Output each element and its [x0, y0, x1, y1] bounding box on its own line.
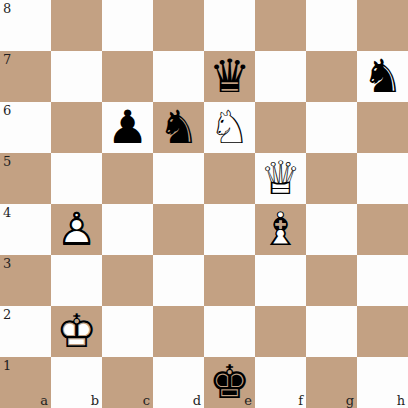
square-c3[interactable]: [102, 255, 153, 306]
square-g2[interactable]: [306, 306, 357, 357]
square-d4[interactable]: [153, 204, 204, 255]
square-d2[interactable]: [153, 306, 204, 357]
square-c8[interactable]: [102, 0, 153, 51]
piece-outline-layer: ♗: [255, 204, 306, 255]
piece-outline-layer: ♔: [51, 306, 102, 357]
file-label-d: d: [193, 394, 201, 407]
square-a6[interactable]: 6: [0, 102, 51, 153]
square-b7[interactable]: [51, 51, 102, 102]
square-d8[interactable]: [153, 0, 204, 51]
square-c2[interactable]: [102, 306, 153, 357]
black-pawn-c6[interactable]: ♟: [102, 102, 153, 153]
square-d1[interactable]: d: [153, 357, 204, 408]
square-b5[interactable]: [51, 153, 102, 204]
square-f3[interactable]: [255, 255, 306, 306]
square-d3[interactable]: [153, 255, 204, 306]
square-h4[interactable]: [357, 204, 408, 255]
square-g3[interactable]: [306, 255, 357, 306]
square-b3[interactable]: [51, 255, 102, 306]
square-d7[interactable]: [153, 51, 204, 102]
square-g7[interactable]: [306, 51, 357, 102]
square-a7[interactable]: 7: [0, 51, 51, 102]
file-label-g: g: [346, 394, 354, 407]
square-c7[interactable]: [102, 51, 153, 102]
square-d5[interactable]: [153, 153, 204, 204]
square-f7[interactable]: [255, 51, 306, 102]
black-knight-h7[interactable]: ♞: [357, 51, 408, 102]
square-f1[interactable]: f: [255, 357, 306, 408]
white-pawn-b4[interactable]: ♟♙: [51, 204, 102, 255]
white-king-b2[interactable]: ♚♔: [51, 306, 102, 357]
file-label-h: h: [397, 394, 405, 407]
square-e5[interactable]: [204, 153, 255, 204]
file-label-a: a: [40, 394, 48, 407]
white-queen-f5[interactable]: ♛♕: [255, 153, 306, 204]
square-g6[interactable]: [306, 102, 357, 153]
square-h5[interactable]: [357, 153, 408, 204]
square-h1[interactable]: h: [357, 357, 408, 408]
square-b4[interactable]: ♟♙: [51, 204, 102, 255]
file-label-f: f: [298, 394, 303, 407]
square-a2[interactable]: 2: [0, 306, 51, 357]
square-g5[interactable]: [306, 153, 357, 204]
square-e3[interactable]: [204, 255, 255, 306]
square-b1[interactable]: b: [51, 357, 102, 408]
square-g1[interactable]: g: [306, 357, 357, 408]
black-king-e1[interactable]: ♚: [204, 357, 255, 408]
square-h3[interactable]: [357, 255, 408, 306]
square-f6[interactable]: [255, 102, 306, 153]
square-a8[interactable]: 8: [0, 0, 51, 51]
square-a1[interactable]: 1a: [0, 357, 51, 408]
rank-label-2: 2: [3, 308, 11, 321]
square-c6[interactable]: ♟: [102, 102, 153, 153]
rank-label-3: 3: [3, 257, 11, 270]
white-bishop-f4[interactable]: ♝♗: [255, 204, 306, 255]
square-d6[interactable]: ♞: [153, 102, 204, 153]
square-b8[interactable]: [51, 0, 102, 51]
square-a5[interactable]: 5: [0, 153, 51, 204]
chess-board: 87♛♞6♟♞♞♘5♛♕4♟♙♝♗32♚♔1abcde♚fgh: [0, 0, 408, 408]
square-f2[interactable]: [255, 306, 306, 357]
square-e6[interactable]: ♞♘: [204, 102, 255, 153]
square-f4[interactable]: ♝♗: [255, 204, 306, 255]
square-b6[interactable]: [51, 102, 102, 153]
square-h7[interactable]: ♞: [357, 51, 408, 102]
square-a4[interactable]: 4: [0, 204, 51, 255]
file-label-c: c: [143, 394, 150, 407]
rank-label-7: 7: [3, 53, 11, 66]
rank-label-5: 5: [3, 155, 11, 168]
piece-outline-layer: ♙: [51, 204, 102, 255]
square-e8[interactable]: [204, 0, 255, 51]
piece-outline-layer: ♘: [204, 102, 255, 153]
square-c1[interactable]: c: [102, 357, 153, 408]
rank-label-6: 6: [3, 104, 11, 117]
square-g4[interactable]: [306, 204, 357, 255]
square-c5[interactable]: [102, 153, 153, 204]
square-e1[interactable]: e♚: [204, 357, 255, 408]
square-h2[interactable]: [357, 306, 408, 357]
square-e7[interactable]: ♛: [204, 51, 255, 102]
square-e4[interactable]: [204, 204, 255, 255]
white-knight-e6[interactable]: ♞♘: [204, 102, 255, 153]
piece-outline-layer: ♕: [255, 153, 306, 204]
rank-label-8: 8: [3, 2, 11, 15]
square-a3[interactable]: 3: [0, 255, 51, 306]
square-f8[interactable]: [255, 0, 306, 51]
black-knight-d6[interactable]: ♞: [153, 102, 204, 153]
black-queen-e7[interactable]: ♛: [204, 51, 255, 102]
square-c4[interactable]: [102, 204, 153, 255]
square-h8[interactable]: [357, 0, 408, 51]
square-b2[interactable]: ♚♔: [51, 306, 102, 357]
file-label-b: b: [91, 394, 99, 407]
square-f5[interactable]: ♛♕: [255, 153, 306, 204]
rank-label-4: 4: [3, 206, 11, 219]
square-g8[interactable]: [306, 0, 357, 51]
square-h6[interactable]: [357, 102, 408, 153]
rank-label-1: 1: [3, 359, 11, 372]
square-e2[interactable]: [204, 306, 255, 357]
